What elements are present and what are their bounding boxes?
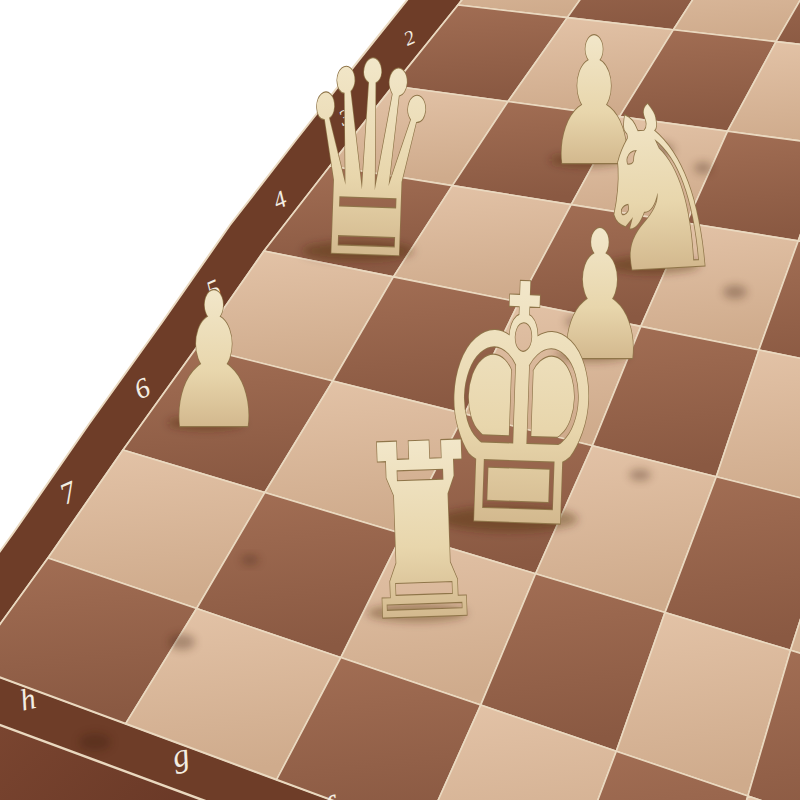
- wood-knot: [629, 469, 651, 481]
- chess-scene-svg: 234567hgf♟♛♞♟♟♚♜: [0, 0, 800, 800]
- piece-white-pawn-h6: ♟: [162, 253, 265, 469]
- wood-knot: [241, 555, 259, 565]
- wood-knot: [169, 634, 195, 650]
- chessboard-photo: 234567hgf♟♛♞♟♟♚♜ 8/5R2/5K1P/4P3/5N1Q/5P2…: [0, 0, 800, 800]
- piece-white-rook-f7: ♜: [351, 391, 494, 674]
- wood-knot: [79, 733, 111, 751]
- piece-white-queen-h4: ♛: [292, 3, 447, 319]
